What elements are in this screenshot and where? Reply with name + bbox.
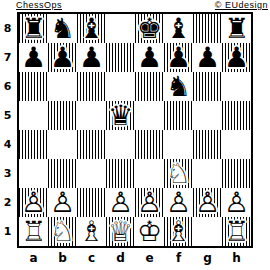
title-bar: ChessOps © EUdesign bbox=[0, 0, 270, 11]
rank-label-8: 8 bbox=[0, 14, 15, 43]
black-pawn-piece[interactable]: ♟♟ bbox=[193, 43, 222, 72]
square-d3[interactable] bbox=[106, 159, 135, 188]
piece-glyph: ♞ bbox=[50, 13, 75, 42]
black-pawn-piece[interactable]: ♟♟ bbox=[222, 43, 251, 72]
white-king-piece[interactable]: ♚♔ bbox=[135, 217, 164, 246]
white-bishop-piece[interactable]: ♝♗ bbox=[164, 217, 193, 246]
square-g8[interactable] bbox=[193, 14, 222, 43]
square-g4[interactable] bbox=[193, 130, 222, 159]
piece-glyph: ♙ bbox=[137, 187, 162, 216]
file-label-h: h bbox=[222, 251, 251, 265]
square-c6[interactable] bbox=[77, 72, 106, 101]
black-bishop-piece[interactable]: ♝♝ bbox=[77, 14, 106, 43]
rank-label-3: 3 bbox=[0, 159, 15, 188]
square-c2[interactable] bbox=[77, 188, 106, 217]
piece-glyph: ♙ bbox=[108, 187, 133, 216]
square-c3[interactable] bbox=[77, 159, 106, 188]
white-pawn-piece[interactable]: ♟♙ bbox=[19, 188, 48, 217]
square-c7[interactable]: ♟♟ bbox=[77, 43, 106, 72]
square-g1[interactable] bbox=[193, 217, 222, 246]
white-pawn-piece[interactable]: ♟♙ bbox=[48, 188, 77, 217]
app-title-link[interactable]: ChessOps bbox=[16, 0, 62, 10]
white-rook-piece[interactable]: ♜♖ bbox=[19, 217, 48, 246]
white-pawn-piece[interactable]: ♟♙ bbox=[193, 188, 222, 217]
square-a2[interactable]: ♟♙ bbox=[19, 188, 48, 217]
black-pawn-piece[interactable]: ♟♟ bbox=[19, 43, 48, 72]
square-g2[interactable]: ♟♙ bbox=[193, 188, 222, 217]
white-bishop-piece[interactable]: ♝♗ bbox=[77, 217, 106, 246]
square-e5[interactable] bbox=[135, 101, 164, 130]
square-f1[interactable]: ♝♗ bbox=[164, 217, 193, 246]
file-label-e: e bbox=[135, 251, 164, 265]
square-b8[interactable]: ♞♞ bbox=[48, 14, 77, 43]
piece-glyph: ♙ bbox=[224, 187, 249, 216]
piece-glyph: ♟ bbox=[21, 42, 46, 71]
square-e1[interactable]: ♚♔ bbox=[135, 217, 164, 246]
square-b1[interactable]: ♞♘ bbox=[48, 217, 77, 246]
square-h6[interactable] bbox=[222, 72, 251, 101]
piece-glyph: ♟ bbox=[79, 42, 104, 71]
square-a4[interactable] bbox=[19, 130, 48, 159]
square-d5[interactable]: ♛♛ bbox=[106, 101, 135, 130]
file-labels: abcdefgh bbox=[19, 251, 251, 265]
square-c5[interactable] bbox=[77, 101, 106, 130]
file-label-f: f bbox=[164, 251, 193, 265]
square-a8[interactable]: ♜♜ bbox=[19, 14, 48, 43]
square-e6[interactable] bbox=[135, 72, 164, 101]
file-label-c: c bbox=[77, 251, 106, 265]
white-pawn-piece[interactable]: ♟♙ bbox=[222, 188, 251, 217]
square-e2[interactable]: ♟♙ bbox=[135, 188, 164, 217]
square-e8[interactable]: ♚♚ bbox=[135, 14, 164, 43]
square-g3[interactable] bbox=[193, 159, 222, 188]
file-label-d: d bbox=[106, 251, 135, 265]
rank-label-1: 1 bbox=[0, 217, 15, 246]
piece-glyph: ♖ bbox=[21, 216, 46, 245]
chess-board: ♜♜♞♞♝♝♚♚♝♝♜♜♟♟♟♟♟♟♟♟♟♟♟♟♟♟♞♞♛♛♞♘♟♙♟♙♟♙♟♙… bbox=[17, 12, 253, 248]
black-bishop-piece[interactable]: ♝♝ bbox=[164, 14, 193, 43]
piece-glyph: ♜ bbox=[21, 13, 46, 42]
square-b6[interactable] bbox=[48, 72, 77, 101]
square-f2[interactable]: ♟♙ bbox=[164, 188, 193, 217]
piece-glyph: ♝ bbox=[79, 13, 104, 42]
white-queen-piece[interactable]: ♛♕ bbox=[106, 217, 135, 246]
white-knight-piece[interactable]: ♞♘ bbox=[164, 159, 193, 188]
square-h4[interactable] bbox=[222, 130, 251, 159]
square-a1[interactable]: ♜♖ bbox=[19, 217, 48, 246]
black-pawn-piece[interactable]: ♟♟ bbox=[164, 43, 193, 72]
black-knight-piece[interactable]: ♞♞ bbox=[48, 14, 77, 43]
square-h1[interactable]: ♜♖ bbox=[222, 217, 251, 246]
square-f5[interactable] bbox=[164, 101, 193, 130]
black-king-piece[interactable]: ♚♚ bbox=[135, 14, 164, 43]
black-pawn-piece[interactable]: ♟♟ bbox=[135, 43, 164, 72]
piece-glyph: ♟ bbox=[50, 42, 75, 71]
black-pawn-piece[interactable]: ♟♟ bbox=[77, 43, 106, 72]
black-pawn-piece[interactable]: ♟♟ bbox=[48, 43, 77, 72]
square-d6[interactable] bbox=[106, 72, 135, 101]
piece-glyph: ♟ bbox=[195, 42, 220, 71]
square-f6[interactable]: ♞♞ bbox=[164, 72, 193, 101]
square-g6[interactable] bbox=[193, 72, 222, 101]
square-b5[interactable] bbox=[48, 101, 77, 130]
piece-glyph: ♞ bbox=[166, 71, 191, 100]
piece-glyph: ♖ bbox=[224, 216, 249, 245]
piece-glyph: ♘ bbox=[166, 158, 191, 187]
square-d8[interactable] bbox=[106, 14, 135, 43]
square-d2[interactable]: ♟♙ bbox=[106, 188, 135, 217]
piece-glyph: ♔ bbox=[137, 216, 162, 245]
square-e7[interactable]: ♟♟ bbox=[135, 43, 164, 72]
file-label-g: g bbox=[193, 251, 222, 265]
piece-glyph: ♙ bbox=[50, 187, 75, 216]
square-f8[interactable]: ♝♝ bbox=[164, 14, 193, 43]
square-d4[interactable] bbox=[106, 130, 135, 159]
square-h7[interactable]: ♟♟ bbox=[222, 43, 251, 72]
piece-glyph: ♗ bbox=[79, 216, 104, 245]
square-f7[interactable]: ♟♟ bbox=[164, 43, 193, 72]
rank-label-4: 4 bbox=[0, 130, 15, 159]
white-rook-piece[interactable]: ♜♖ bbox=[222, 217, 251, 246]
rank-label-2: 2 bbox=[0, 188, 15, 217]
piece-glyph: ♚ bbox=[137, 13, 162, 42]
square-c4[interactable] bbox=[77, 130, 106, 159]
piece-glyph: ♟ bbox=[166, 42, 191, 71]
white-pawn-piece[interactable]: ♟♙ bbox=[106, 188, 135, 217]
square-c8[interactable]: ♝♝ bbox=[77, 14, 106, 43]
rank-label-5: 5 bbox=[0, 101, 15, 130]
piece-glyph: ♙ bbox=[195, 187, 220, 216]
square-h3[interactable] bbox=[222, 159, 251, 188]
piece-glyph: ♘ bbox=[50, 216, 75, 245]
white-pawn-piece[interactable]: ♟♙ bbox=[164, 188, 193, 217]
square-f3[interactable]: ♞♘ bbox=[164, 159, 193, 188]
square-a7[interactable]: ♟♟ bbox=[19, 43, 48, 72]
square-d1[interactable]: ♛♕ bbox=[106, 217, 135, 246]
piece-glyph: ♟ bbox=[224, 42, 249, 71]
piece-glyph: ♟ bbox=[137, 42, 162, 71]
file-label-a: a bbox=[19, 251, 48, 265]
square-a3[interactable] bbox=[19, 159, 48, 188]
credit-link[interactable]: © EUdesign bbox=[215, 0, 268, 10]
white-pawn-piece[interactable]: ♟♙ bbox=[135, 188, 164, 217]
white-knight-piece[interactable]: ♞♘ bbox=[48, 217, 77, 246]
black-knight-piece[interactable]: ♞♞ bbox=[164, 72, 193, 101]
piece-glyph: ♜ bbox=[224, 13, 249, 42]
rank-label-7: 7 bbox=[0, 43, 15, 72]
piece-glyph: ♕ bbox=[108, 216, 133, 245]
square-b2[interactable]: ♟♙ bbox=[48, 188, 77, 217]
square-h5[interactable] bbox=[222, 101, 251, 130]
black-rook-piece[interactable]: ♜♜ bbox=[222, 14, 251, 43]
file-label-b: b bbox=[48, 251, 77, 265]
rank-label-6: 6 bbox=[0, 72, 15, 101]
square-a6[interactable] bbox=[19, 72, 48, 101]
piece-glyph: ♗ bbox=[166, 216, 191, 245]
square-g7[interactable]: ♟♟ bbox=[193, 43, 222, 72]
square-a5[interactable] bbox=[19, 101, 48, 130]
square-g5[interactable] bbox=[193, 101, 222, 130]
square-h2[interactable]: ♟♙ bbox=[222, 188, 251, 217]
piece-glyph: ♙ bbox=[21, 187, 46, 216]
square-h8[interactable]: ♜♜ bbox=[222, 14, 251, 43]
piece-glyph: ♝ bbox=[166, 13, 191, 42]
square-b4[interactable] bbox=[48, 130, 77, 159]
square-b3[interactable] bbox=[48, 159, 77, 188]
rank-labels: 87654321 bbox=[0, 14, 15, 246]
black-queen-piece[interactable]: ♛♛ bbox=[106, 101, 135, 130]
piece-glyph: ♙ bbox=[166, 187, 191, 216]
piece-glyph: ♛ bbox=[108, 100, 133, 129]
square-d7[interactable] bbox=[106, 43, 135, 72]
square-e4[interactable] bbox=[135, 130, 164, 159]
square-f4[interactable] bbox=[164, 130, 193, 159]
black-rook-piece[interactable]: ♜♜ bbox=[19, 14, 48, 43]
square-b7[interactable]: ♟♟ bbox=[48, 43, 77, 72]
square-c1[interactable]: ♝♗ bbox=[77, 217, 106, 246]
square-e3[interactable] bbox=[135, 159, 164, 188]
